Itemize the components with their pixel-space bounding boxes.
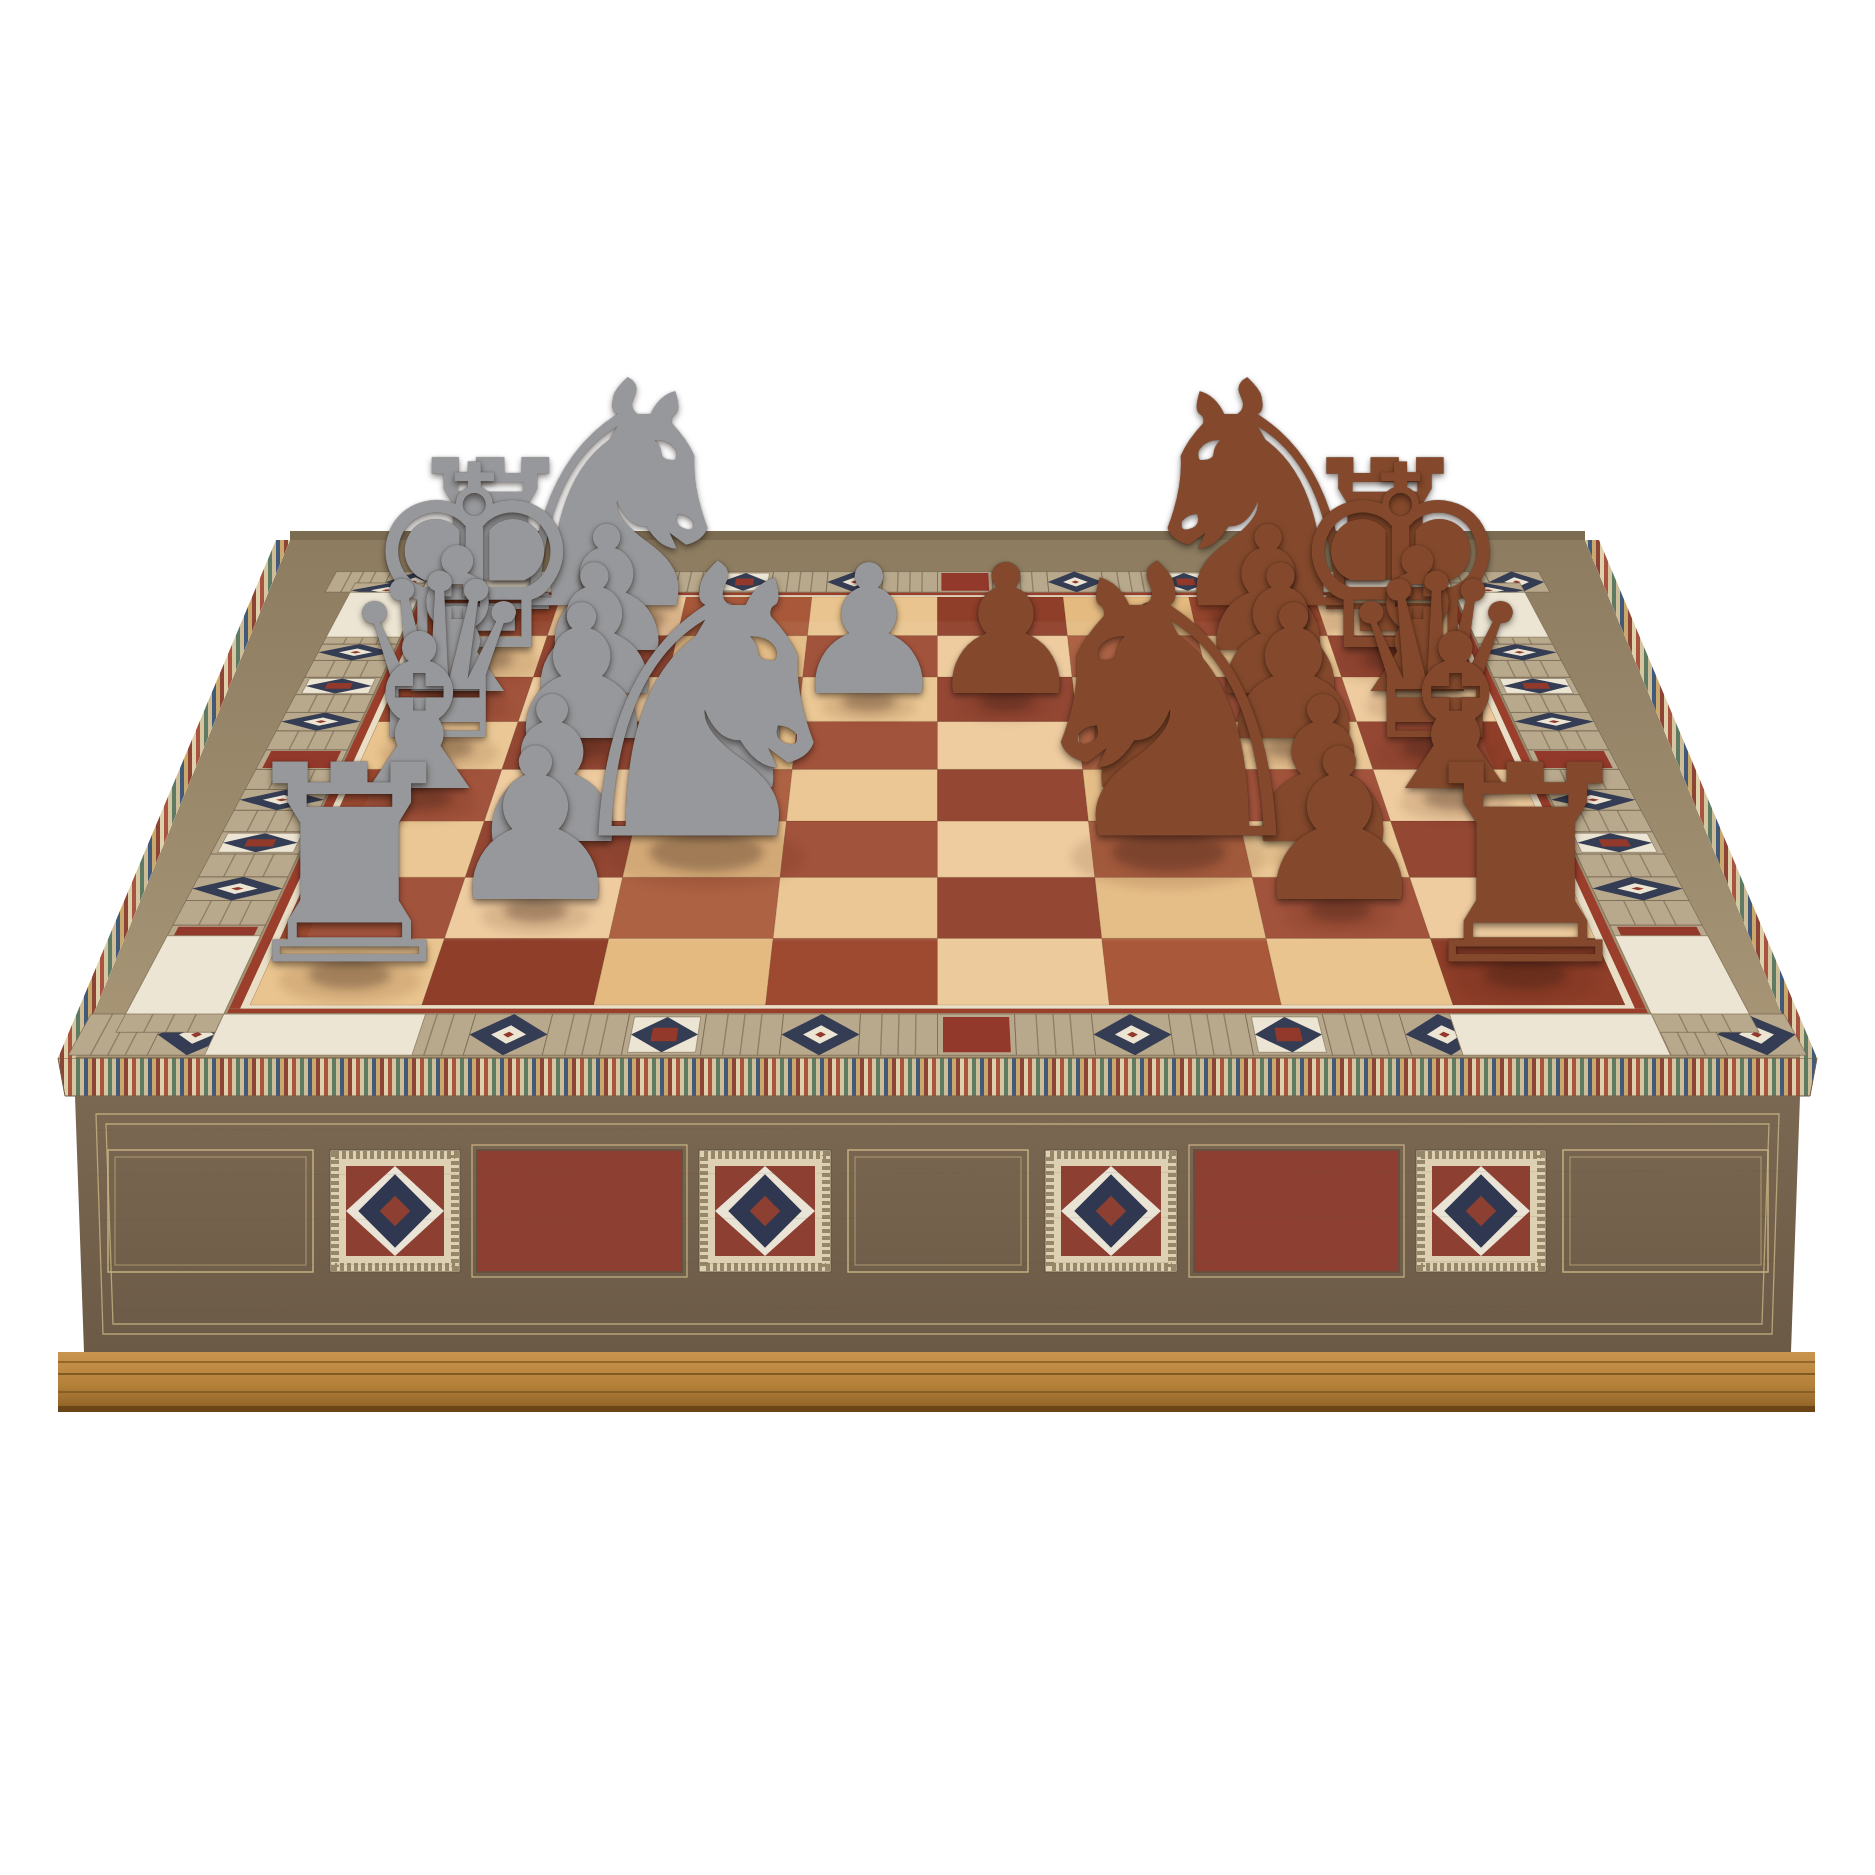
front-panel-star — [330, 1150, 460, 1272]
front-panel-star — [1416, 1150, 1546, 1272]
square-d1 — [766, 938, 938, 1005]
square-c1 — [594, 938, 773, 1005]
square-e1 — [938, 938, 1110, 1005]
base-molding — [58, 1352, 1815, 1412]
front-panel-star — [1045, 1150, 1177, 1272]
front-panel-red — [1189, 1145, 1404, 1277]
square-g1 — [1266, 938, 1453, 1005]
box-front — [75, 1096, 1800, 1352]
square-f1 — [1102, 938, 1282, 1005]
board-scene — [0, 0, 1875, 1875]
front-panel-red — [472, 1145, 687, 1277]
front-panel-star — [699, 1150, 831, 1272]
square-b1 — [422, 938, 609, 1005]
chess-set-photo: ♜♞♜♞♚♟♚♟♝♟♟♝♟♟♛♟♟♛♟♟♝♟♝♟♟♞♟♞♟♟♜♜ — [0, 0, 1875, 1875]
